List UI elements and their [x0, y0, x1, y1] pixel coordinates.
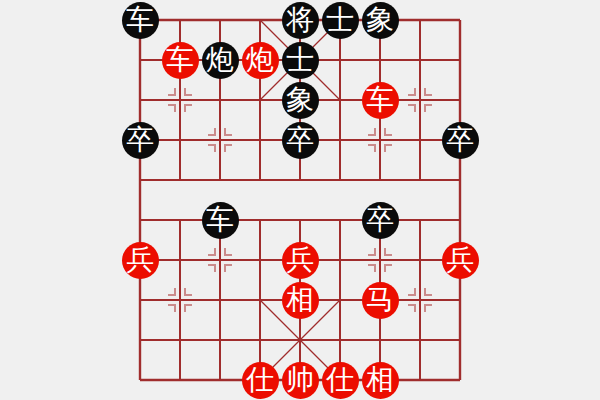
piece-red-马[interactable]: 马: [362, 282, 399, 319]
piece-black-卒[interactable]: 卒: [362, 202, 399, 239]
piece-black-卒[interactable]: 卒: [442, 122, 479, 159]
piece-red-兵[interactable]: 兵: [122, 242, 159, 279]
piece-black-车[interactable]: 车: [122, 2, 159, 39]
xiangqi-board: 车将士象炮士象卒卒卒车卒车炮车兵兵兵相马仕帅仕相: [0, 0, 600, 400]
piece-black-象[interactable]: 象: [282, 82, 319, 119]
piece-black-士[interactable]: 士: [282, 42, 319, 79]
piece-red-车[interactable]: 车: [362, 82, 399, 119]
pieces-layer: 车将士象炮士象卒卒卒车卒车炮车兵兵兵相马仕帅仕相: [0, 0, 600, 400]
piece-red-仕[interactable]: 仕: [242, 362, 279, 399]
piece-black-将[interactable]: 将: [282, 2, 319, 39]
xiangqi-screenshot: 车将士象炮士象卒卒卒车卒车炮车兵兵兵相马仕帅仕相: [0, 0, 600, 400]
piece-red-帅[interactable]: 帅: [282, 362, 319, 399]
piece-red-兵[interactable]: 兵: [442, 242, 479, 279]
piece-red-相[interactable]: 相: [362, 362, 399, 399]
piece-red-炮[interactable]: 炮: [242, 42, 279, 79]
piece-black-卒[interactable]: 卒: [122, 122, 159, 159]
piece-black-象[interactable]: 象: [362, 2, 399, 39]
piece-red-兵[interactable]: 兵: [282, 242, 319, 279]
piece-black-车[interactable]: 车: [202, 202, 239, 239]
piece-black-炮[interactable]: 炮: [202, 42, 239, 79]
piece-black-士[interactable]: 士: [322, 2, 359, 39]
piece-red-相[interactable]: 相: [282, 282, 319, 319]
piece-black-卒[interactable]: 卒: [282, 122, 319, 159]
piece-red-车[interactable]: 车: [162, 42, 199, 79]
piece-red-仕[interactable]: 仕: [322, 362, 359, 399]
